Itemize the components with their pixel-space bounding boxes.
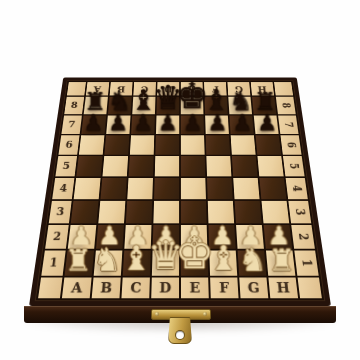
rank-label-text: 6 — [285, 142, 296, 148]
piece-white-knight-b1[interactable]: ♞ — [93, 244, 122, 274]
square-h7[interactable]: ♟ — [254, 116, 279, 134]
square-h1[interactable]: ♜ — [266, 251, 295, 276]
clasp-screw-icon — [203, 312, 207, 316]
clasp-screw-icon — [155, 312, 159, 316]
square-g6[interactable] — [231, 135, 256, 154]
rank-label-text: 3 — [56, 207, 65, 217]
frame-corner — [274, 82, 293, 95]
square-e5[interactable] — [181, 156, 205, 176]
square-b7[interactable]: ♟ — [106, 116, 130, 134]
square-a4[interactable] — [74, 178, 101, 199]
square-g7[interactable]: ♟ — [229, 116, 253, 134]
file-label-d-bottom: D — [151, 277, 179, 298]
piece-black-pawn-d7[interactable]: ♟ — [158, 112, 178, 133]
square-a7[interactable]: ♟ — [81, 116, 106, 134]
file-label-text: F — [219, 281, 229, 294]
rank-label-8-left: 8 — [64, 97, 84, 115]
square-f1[interactable]: ♝ — [209, 251, 237, 276]
photo-scene: ABCDEFGH8♜♞♝♛♚♝♞♜87♟♟♟♟♟♟♟♟7665544332♟♟♟… — [0, 0, 360, 360]
piece-white-queen-d1[interactable]: ♛ — [148, 237, 184, 275]
square-d4[interactable] — [154, 178, 179, 199]
square-h6[interactable] — [256, 135, 282, 154]
file-label-text: E — [189, 281, 200, 294]
square-b5[interactable] — [102, 156, 128, 176]
rank-label-text: 2 — [297, 233, 309, 240]
rank-label-text: 1 — [49, 258, 58, 269]
file-label-g-bottom: G — [239, 277, 268, 298]
square-b6[interactable] — [104, 135, 129, 154]
rank-label-7-left: 7 — [61, 116, 81, 134]
square-e1[interactable]: ♚ — [181, 251, 208, 276]
square-c7[interactable]: ♟ — [131, 116, 155, 134]
piece-black-pawn-e7[interactable]: ♟ — [182, 112, 202, 133]
piece-white-rook-h1[interactable]: ♜ — [268, 246, 295, 275]
square-d6[interactable] — [155, 135, 179, 154]
file-label-text: G — [247, 281, 260, 294]
piece-black-pawn-a7[interactable]: ♟ — [83, 112, 103, 133]
rank-label-text: 7 — [68, 121, 76, 129]
square-e4[interactable] — [181, 178, 206, 199]
square-e6[interactable] — [181, 135, 205, 154]
rank-label-text: 6 — [65, 141, 73, 149]
piece-white-rook-a1[interactable]: ♜ — [65, 246, 92, 275]
clasp-hasp[interactable] — [168, 317, 192, 344]
square-a6[interactable] — [79, 135, 105, 154]
chess-board: ABCDEFGH8♜♞♝♛♚♝♞♜87♟♟♟♟♟♟♟♟7665544332♟♟♟… — [29, 78, 331, 306]
square-h4[interactable] — [259, 178, 286, 199]
rank-label-3-right: 3 — [288, 201, 311, 224]
rank-label-text: 8 — [281, 103, 291, 108]
file-label-a-bottom: A — [62, 277, 92, 298]
square-c5[interactable] — [129, 156, 154, 176]
square-b1[interactable]: ♞ — [94, 251, 123, 276]
file-label-b-bottom: B — [92, 277, 121, 298]
rank-label-text: 5 — [62, 162, 70, 171]
rank-label-3-left: 3 — [49, 201, 72, 224]
square-b4[interactable] — [100, 178, 126, 199]
square-h5[interactable] — [257, 156, 283, 176]
rank-label-8-right: 8 — [276, 97, 296, 115]
piece-white-bishop-f1[interactable]: ♝ — [208, 242, 238, 274]
file-label-text: C — [130, 281, 142, 294]
square-f4[interactable] — [207, 178, 233, 199]
file-label-text: D — [159, 281, 171, 294]
square-f7[interactable]: ♟ — [205, 116, 229, 134]
rank-label-6-left: 6 — [59, 135, 80, 154]
rank-label-1-left: 1 — [41, 251, 65, 276]
square-e7[interactable]: ♟ — [181, 116, 204, 134]
piece-black-pawn-h7[interactable]: ♟ — [257, 112, 277, 133]
rank-label-4-right: 4 — [286, 178, 308, 199]
rank-label-7-right: 7 — [278, 116, 298, 134]
square-c1[interactable]: ♝ — [123, 251, 151, 276]
file-label-e-bottom: E — [181, 277, 209, 298]
square-d7[interactable]: ♟ — [156, 116, 179, 134]
square-a1[interactable]: ♜ — [65, 251, 94, 276]
frame-corner — [298, 277, 322, 298]
rank-label-1-right: 1 — [294, 251, 318, 276]
rank-label-6-right: 6 — [280, 135, 301, 154]
square-d5[interactable] — [155, 156, 179, 176]
square-c4[interactable] — [127, 178, 153, 199]
file-label-h-bottom: H — [268, 277, 298, 298]
board-front-edge — [24, 306, 336, 323]
piece-white-knight-g1[interactable]: ♞ — [238, 244, 267, 274]
rank-label-text: 4 — [291, 185, 302, 191]
piece-black-pawn-b7[interactable]: ♟ — [108, 112, 128, 133]
piece-black-pawn-g7[interactable]: ♟ — [232, 112, 252, 133]
file-label-f-bottom: F — [210, 277, 238, 298]
file-label-text: A — [71, 281, 83, 294]
file-label-text: B — [100, 281, 113, 294]
rank-label-text: 5 — [288, 163, 299, 169]
frame-corner — [38, 277, 62, 298]
file-label-text: H — [276, 281, 290, 294]
rank-label-text: 2 — [52, 232, 61, 242]
file-label-c-bottom: C — [121, 277, 149, 298]
rank-label-text: 4 — [59, 184, 68, 193]
square-f5[interactable] — [206, 156, 231, 176]
rank-label-text: 3 — [294, 209, 306, 216]
rank-label-text: 7 — [283, 122, 294, 127]
piece-black-pawn-f7[interactable]: ♟ — [207, 112, 227, 133]
square-g5[interactable] — [232, 156, 258, 176]
square-g1[interactable]: ♞ — [238, 251, 267, 276]
square-c6[interactable] — [130, 135, 154, 154]
square-g4[interactable] — [233, 178, 259, 199]
piece-white-bishop-c1[interactable]: ♝ — [121, 242, 151, 274]
rank-label-text: 8 — [70, 102, 78, 110]
clasp-hole — [176, 331, 184, 339]
square-a5[interactable] — [76, 156, 102, 176]
square-d1[interactable]: ♛ — [152, 251, 179, 276]
square-f6[interactable] — [206, 135, 230, 154]
rank-label-4-left: 4 — [52, 178, 74, 199]
rank-label-5-left: 5 — [55, 156, 77, 176]
rank-label-5-right: 5 — [283, 156, 305, 176]
piece-black-pawn-c7[interactable]: ♟ — [133, 112, 153, 133]
board-grid: ABCDEFGH8♜♞♝♛♚♝♞♜87♟♟♟♟♟♟♟♟7665544332♟♟♟… — [29, 78, 331, 306]
rank-label-text: 1 — [300, 259, 312, 266]
